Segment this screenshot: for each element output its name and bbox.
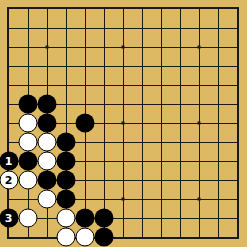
grid-cell: [66, 66, 85, 85]
grid-cell: [142, 180, 161, 199]
star-point: [198, 198, 201, 201]
grid-cell: [142, 218, 161, 237]
grid-cell: [161, 180, 180, 199]
grid-cell: [123, 161, 142, 180]
stone-white: [75, 228, 94, 247]
grid-cell: [199, 199, 218, 218]
grid-cell: [66, 9, 85, 28]
grid-cell: [161, 123, 180, 142]
grid-cell: [218, 85, 237, 104]
grid-cell: [180, 66, 199, 85]
move-number-label: 3: [5, 213, 13, 224]
star-point: [121, 198, 124, 201]
grid-cell: [123, 180, 142, 199]
grid-cell: [85, 9, 104, 28]
grid-cell: [218, 28, 237, 47]
grid-cell: [218, 66, 237, 85]
grid-cell: [142, 161, 161, 180]
grid-cell: [161, 218, 180, 237]
stone-black: [56, 132, 75, 151]
grid-cell: [199, 9, 218, 28]
stone-white: [56, 228, 75, 247]
grid-cell: [199, 123, 218, 142]
grid-cell: [142, 66, 161, 85]
grid-cell: [218, 218, 237, 237]
grid-cell: [123, 85, 142, 104]
grid-cell: [161, 28, 180, 47]
stone-black: [75, 209, 94, 228]
grid-cell: [199, 47, 218, 66]
move-number-label: 1: [5, 155, 13, 166]
grid-cell: [85, 85, 104, 104]
stone-black: [56, 170, 75, 189]
move-number-label: 2: [5, 174, 13, 185]
grid-cell: [142, 123, 161, 142]
grid-cell: [161, 47, 180, 66]
grid-cell: [142, 199, 161, 218]
grid-cell: [161, 199, 180, 218]
grid-cell: [104, 9, 123, 28]
grid-cell: [47, 9, 66, 28]
grid-cell: [180, 199, 199, 218]
grid-cell: [142, 28, 161, 47]
grid-cell: [142, 47, 161, 66]
grid-cell: [180, 142, 199, 161]
grid-cell: [123, 199, 142, 218]
grid-cell: [180, 28, 199, 47]
grid-cell: [123, 142, 142, 161]
star-point: [45, 45, 48, 48]
stone-white: [18, 170, 37, 189]
grid-cell: [180, 218, 199, 237]
grid-cell: [180, 123, 199, 142]
stone-black: [37, 170, 56, 189]
grid-cell: [218, 123, 237, 142]
grid-cell: [218, 104, 237, 123]
grid-cell: [199, 161, 218, 180]
grid-cell: [9, 28, 28, 47]
grid-cell: [218, 199, 237, 218]
grid-cell: [9, 9, 28, 28]
grid-cell: [104, 47, 123, 66]
grid-cell: [199, 218, 218, 237]
stone-white: [37, 151, 56, 170]
grid-cell: [9, 47, 28, 66]
stone-black: [56, 190, 75, 209]
stone-white: [37, 132, 56, 151]
grid-cell: [161, 66, 180, 85]
grid-cell: [180, 161, 199, 180]
grid-cell: [47, 66, 66, 85]
grid-cell: [199, 142, 218, 161]
grid-cell: [161, 142, 180, 161]
grid-cell: [161, 161, 180, 180]
grid-cell: [199, 28, 218, 47]
grid-cell: [123, 66, 142, 85]
grid-cell: [85, 47, 104, 66]
grid-cell: [123, 123, 142, 142]
stone-white: [18, 113, 37, 132]
grid-cell: [47, 47, 66, 66]
grid-cell: [180, 47, 199, 66]
grid-cell: [218, 47, 237, 66]
grid-cell: [104, 161, 123, 180]
grid-cell: [85, 180, 104, 199]
stone-black: [37, 94, 56, 113]
grid-cell: [199, 104, 218, 123]
stone-black: [18, 151, 37, 170]
grid-cell: [47, 28, 66, 47]
star-point: [198, 121, 201, 124]
grid-cell: [85, 142, 104, 161]
grid-cell: [28, 9, 47, 28]
grid-cell: [199, 66, 218, 85]
stone-black: [37, 113, 56, 132]
grid-cell: [9, 66, 28, 85]
grid-cell: [199, 180, 218, 199]
grid-cell: [218, 9, 237, 28]
stone-white: [37, 190, 56, 209]
grid-cell: [142, 9, 161, 28]
stone-black: [94, 228, 113, 247]
stone-white: [56, 209, 75, 228]
stone-black: [75, 113, 94, 132]
grid-cell: [28, 47, 47, 66]
go-board-diagram: 123: [0, 0, 247, 247]
grid-cell: [28, 66, 47, 85]
grid-cell: [142, 104, 161, 123]
grid-cell: [218, 161, 237, 180]
grid-cell: [85, 161, 104, 180]
grid-cell: [180, 180, 199, 199]
stone-white: [18, 132, 37, 151]
grid-cell: [142, 142, 161, 161]
grid-cell: [104, 180, 123, 199]
star-point: [198, 45, 201, 48]
stone-white: [18, 209, 37, 228]
grid-cell: [123, 28, 142, 47]
stone-black: [94, 209, 113, 228]
star-point: [121, 121, 124, 124]
grid-cell: [123, 9, 142, 28]
grid-cell: [85, 66, 104, 85]
grid-cell: [161, 104, 180, 123]
grid-cell: [161, 9, 180, 28]
grid-cell: [66, 28, 85, 47]
grid-cell: [66, 85, 85, 104]
grid-cell: [123, 218, 142, 237]
grid-cell: [180, 9, 199, 28]
grid-cell: [218, 142, 237, 161]
grid-cell: [123, 47, 142, 66]
grid-cell: [104, 85, 123, 104]
grid-cell: [199, 85, 218, 104]
grid-cell: [104, 142, 123, 161]
grid-cell: [85, 28, 104, 47]
grid-cell: [180, 85, 199, 104]
grid-cell: [66, 47, 85, 66]
stone-black: [18, 94, 37, 113]
grid-cell: [104, 123, 123, 142]
grid-cell: [104, 28, 123, 47]
grid-cell: [161, 85, 180, 104]
grid-cell: [218, 180, 237, 199]
grid-cell: [123, 104, 142, 123]
grid-cell: [104, 66, 123, 85]
grid-cell: [180, 104, 199, 123]
star-point: [121, 45, 124, 48]
grid-cell: [142, 85, 161, 104]
grid-cell: [28, 28, 47, 47]
stone-black: [56, 151, 75, 170]
grid-cell: [104, 104, 123, 123]
